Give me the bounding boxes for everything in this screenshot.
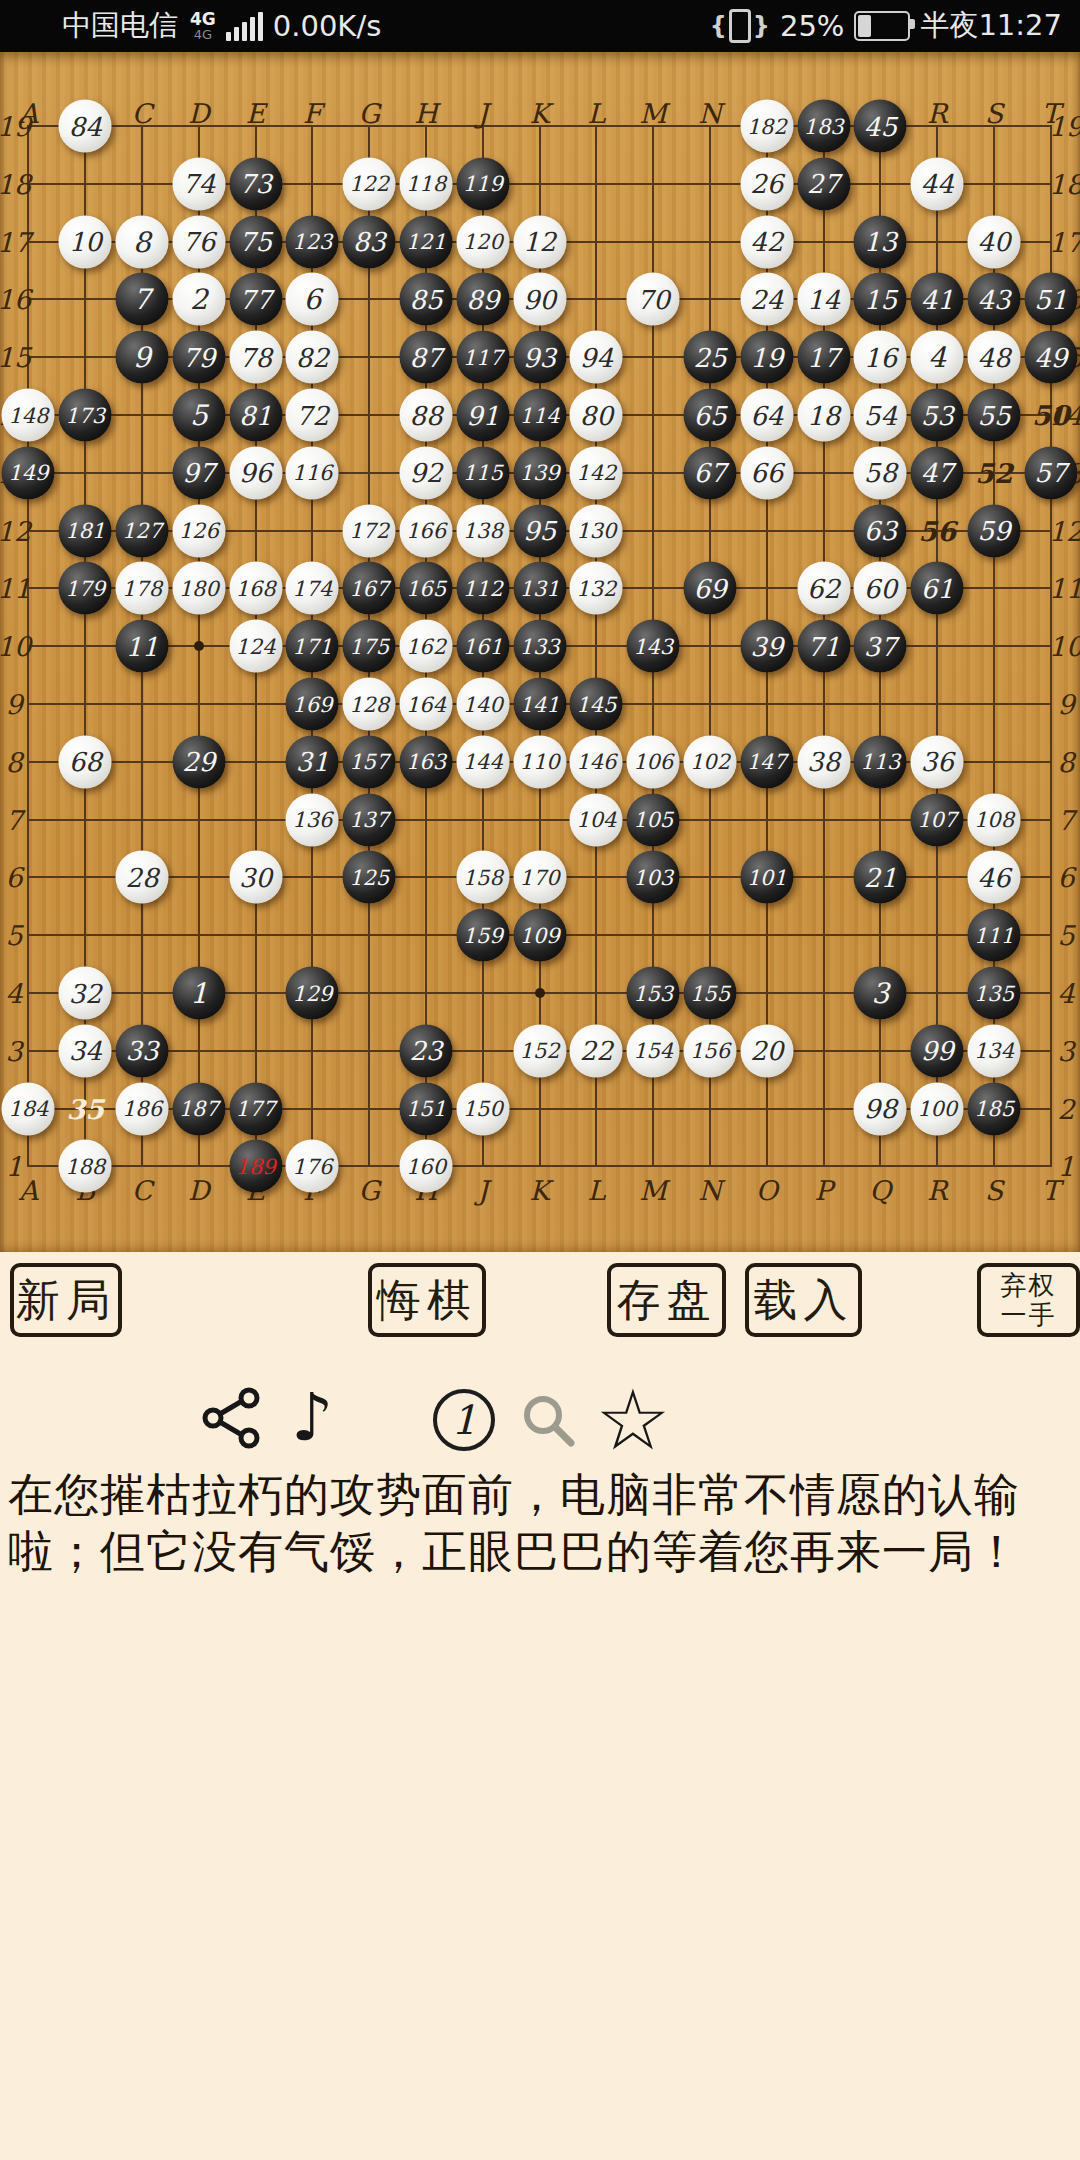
- coord-label: F: [303, 98, 322, 129]
- stone-Q10: 37: [854, 620, 907, 673]
- stone-Q4: 3: [854, 967, 907, 1020]
- grid-line: [595, 125, 597, 1167]
- stone-A14: 148: [2, 389, 55, 442]
- stone-K16: 90: [513, 273, 566, 326]
- stone-J10: 161: [456, 620, 509, 673]
- stone-P14: 18: [797, 389, 850, 442]
- stone-E14: 81: [229, 389, 282, 442]
- battery-icon: [854, 11, 910, 41]
- pass-button[interactable]: 弃权 一手: [977, 1263, 1080, 1337]
- stone-O18: 26: [740, 157, 793, 210]
- stone-P19: 183: [797, 100, 850, 153]
- stone-B11: 179: [59, 562, 112, 615]
- captured-marker-B2: 35: [66, 1093, 104, 1124]
- stone-D18: 74: [172, 157, 225, 210]
- stone-K10: 133: [513, 620, 566, 673]
- game-result-message: 在您摧枯拉朽的攻势面前，电脑非常不情愿的认输啦；但它没有气馁，正眼巴巴的等着您再…: [8, 1466, 1074, 1580]
- coord-label: 4: [5, 978, 22, 1009]
- stone-B14: 173: [59, 389, 112, 442]
- stone-J2: 150: [456, 1082, 509, 1135]
- coord-label: M: [639, 98, 667, 129]
- coord-label: K: [530, 1175, 550, 1206]
- stone-C2: 186: [116, 1082, 169, 1135]
- stone-M6: 103: [627, 851, 680, 904]
- share-icon[interactable]: [201, 1387, 263, 1453]
- stone-E13: 96: [229, 446, 282, 499]
- stone-F8: 31: [286, 735, 339, 788]
- stone-J11: 112: [456, 562, 509, 615]
- stone-H13: 92: [400, 446, 453, 499]
- stone-F10: 171: [286, 620, 339, 673]
- stone-K15: 93: [513, 331, 566, 384]
- stone-N4: 155: [684, 967, 737, 1020]
- stone-T15: 49: [1024, 331, 1077, 384]
- move-number-toggle-icon[interactable]: 1: [433, 1389, 495, 1451]
- grid-line: [27, 1165, 1051, 1167]
- stone-G7: 137: [343, 793, 396, 846]
- network-type-icon: 4G 4G: [190, 11, 216, 41]
- coord-label: 15: [0, 342, 31, 373]
- coord-label: M: [639, 1175, 667, 1206]
- stone-K17: 12: [513, 215, 566, 268]
- stone-L8: 146: [570, 735, 623, 788]
- stone-M7: 105: [627, 793, 680, 846]
- stone-K8: 110: [513, 735, 566, 788]
- stone-M8: 106: [627, 735, 680, 788]
- coord-label: H: [414, 98, 438, 129]
- stone-O15: 19: [740, 331, 793, 384]
- coord-label: 10: [1049, 631, 1080, 662]
- stone-E17: 75: [229, 215, 282, 268]
- stone-R8: 36: [911, 735, 964, 788]
- stone-T13: 57: [1024, 446, 1077, 499]
- star-point: [194, 641, 204, 651]
- coord-label: 18: [0, 168, 31, 199]
- stone-D17: 76: [172, 215, 225, 268]
- coord-label: Q: [869, 1175, 891, 1206]
- coord-label: N: [698, 1175, 722, 1206]
- star-point: [535, 988, 545, 998]
- stone-H1: 160: [400, 1140, 453, 1193]
- stone-J17: 120: [456, 215, 509, 268]
- coord-label: O: [756, 1175, 778, 1206]
- music-note-icon[interactable]: ♪: [291, 1385, 333, 1451]
- stone-F4: 129: [286, 967, 339, 1020]
- stone-S14: 55: [968, 389, 1021, 442]
- stone-D12: 126: [172, 504, 225, 557]
- stone-L13: 142: [570, 446, 623, 499]
- coord-label: 12: [0, 515, 31, 546]
- stone-E18: 73: [229, 157, 282, 210]
- stone-F17: 123: [286, 215, 339, 268]
- star-icon[interactable]: ☆: [595, 1378, 670, 1462]
- stone-G12: 172: [343, 504, 396, 557]
- stone-M3: 154: [627, 1024, 680, 1077]
- stone-E1: 189: [229, 1140, 282, 1193]
- stone-O8: 147: [740, 735, 793, 788]
- stone-P11: 62: [797, 562, 850, 615]
- stone-S6: 46: [968, 851, 1021, 904]
- stone-F13: 116: [286, 446, 339, 499]
- stone-J15: 117: [456, 331, 509, 384]
- coord-label: L: [587, 98, 605, 129]
- stone-P16: 14: [797, 273, 850, 326]
- stone-R13: 47: [911, 446, 964, 499]
- stone-H10: 162: [400, 620, 453, 673]
- stone-O10: 39: [740, 620, 793, 673]
- stone-F15: 82: [286, 331, 339, 384]
- coord-label: R: [927, 1175, 947, 1206]
- coord-label: C: [132, 1175, 153, 1206]
- new-game-button[interactable]: 新局: [10, 1263, 122, 1337]
- stone-O6: 101: [740, 851, 793, 904]
- stone-F11: 174: [286, 562, 339, 615]
- stone-T16: 51: [1024, 273, 1077, 326]
- net-speed-label: 0.00K/s: [273, 9, 381, 43]
- coord-label: 6: [1057, 862, 1074, 893]
- coord-label: 11: [1049, 573, 1080, 604]
- stone-L3: 22: [570, 1024, 623, 1077]
- stone-Q6: 21: [854, 851, 907, 904]
- coord-label: S: [985, 98, 1004, 129]
- captured-marker-S13: 52: [975, 457, 1013, 488]
- coord-label: G: [358, 98, 380, 129]
- stone-C17: 8: [116, 215, 169, 268]
- stone-F16: 6: [286, 273, 339, 326]
- stone-H14: 88: [400, 389, 453, 442]
- stone-D15: 79: [172, 331, 225, 384]
- stone-O3: 20: [740, 1024, 793, 1077]
- stone-B3: 34: [59, 1024, 112, 1077]
- stone-D16: 2: [172, 273, 225, 326]
- stone-Q2: 98: [854, 1082, 907, 1135]
- coord-label: 8: [1057, 746, 1074, 777]
- coord-label: 19: [0, 111, 31, 142]
- stone-S5: 111: [968, 909, 1021, 962]
- coord-label: 8: [5, 746, 22, 777]
- stone-Q12: 63: [854, 504, 907, 557]
- stone-K5: 109: [513, 909, 566, 962]
- coord-label: 12: [1049, 515, 1080, 546]
- coord-label: 2: [1057, 1093, 1074, 1124]
- stone-G11: 167: [343, 562, 396, 615]
- pass-label-line1: 弃权: [1001, 1270, 1057, 1300]
- coord-label: 5: [5, 920, 22, 951]
- stone-K11: 131: [513, 562, 566, 615]
- stone-C3: 33: [116, 1024, 169, 1077]
- stone-R15: 4: [911, 331, 964, 384]
- coord-label: 7: [1057, 804, 1074, 835]
- stone-L9: 145: [570, 678, 623, 731]
- stone-L15: 94: [570, 331, 623, 384]
- signal-bars-icon: [226, 11, 263, 41]
- stone-M4: 153: [627, 967, 680, 1020]
- stone-L14: 80: [570, 389, 623, 442]
- captured-marker-T14: 50: [1032, 400, 1070, 431]
- go-board[interactable]: AA1919BB1818CC1717DD1616EE1515FF1414GG13…: [0, 52, 1080, 1252]
- stone-B8: 68: [59, 735, 112, 788]
- stone-H18: 118: [400, 157, 453, 210]
- stone-N3: 156: [684, 1024, 737, 1077]
- stone-Q13: 58: [854, 446, 907, 499]
- move-number-toggle-label: 1: [451, 1397, 476, 1443]
- stone-O16: 24: [740, 273, 793, 326]
- coord-label: 16: [0, 284, 31, 315]
- stone-N14: 65: [684, 389, 737, 442]
- stone-P18: 27: [797, 157, 850, 210]
- stone-G17: 83: [343, 215, 396, 268]
- coord-label: 17: [0, 226, 31, 257]
- stone-R18: 44: [911, 157, 964, 210]
- stone-Q14: 54: [854, 389, 907, 442]
- stone-D11: 180: [172, 562, 225, 615]
- vibrate-icon: {}: [710, 9, 770, 43]
- stone-D8: 29: [172, 735, 225, 788]
- stone-J18: 119: [456, 157, 509, 210]
- stone-S4: 135: [968, 967, 1021, 1020]
- stone-B12: 181: [59, 504, 112, 557]
- stone-C15: 9: [116, 331, 169, 384]
- coord-label: G: [358, 1175, 380, 1206]
- stone-B1: 188: [59, 1140, 112, 1193]
- stone-D14: 5: [172, 389, 225, 442]
- stone-K6: 170: [513, 851, 566, 904]
- undo-button[interactable]: 悔棋: [368, 1263, 486, 1337]
- stone-R7: 107: [911, 793, 964, 846]
- stone-S3: 134: [968, 1024, 1021, 1077]
- stone-H15: 87: [400, 331, 453, 384]
- stone-E11: 168: [229, 562, 282, 615]
- stone-H3: 23: [400, 1024, 453, 1077]
- stone-B19: 84: [59, 100, 112, 153]
- stone-H16: 85: [400, 273, 453, 326]
- stone-D4: 1: [172, 967, 225, 1020]
- stone-L7: 104: [570, 793, 623, 846]
- carrier-label: 中国电信: [62, 6, 178, 46]
- stone-K12: 95: [513, 504, 566, 557]
- stone-R11: 61: [911, 562, 964, 615]
- coord-label: K: [530, 98, 550, 129]
- coord-label: P: [815, 1175, 833, 1206]
- stone-M10: 143: [627, 620, 680, 673]
- stone-E6: 30: [229, 851, 282, 904]
- stone-R16: 41: [911, 273, 964, 326]
- stone-M16: 70: [627, 273, 680, 326]
- stone-Q16: 15: [854, 273, 907, 326]
- stone-B17: 10: [59, 215, 112, 268]
- coord-label: D: [188, 98, 210, 129]
- stone-J8: 144: [456, 735, 509, 788]
- grid-line: [27, 819, 1051, 821]
- stone-O14: 64: [740, 389, 793, 442]
- pass-label-line2: 一手: [1001, 1300, 1057, 1330]
- stone-S16: 43: [968, 273, 1021, 326]
- stone-G9: 128: [343, 678, 396, 731]
- stone-C16: 7: [116, 273, 169, 326]
- coord-label: J: [477, 98, 488, 129]
- stone-D13: 97: [172, 446, 225, 499]
- stone-S7: 108: [968, 793, 1021, 846]
- stone-C6: 28: [116, 851, 169, 904]
- coord-label: D: [188, 1175, 210, 1206]
- stone-F7: 136: [286, 793, 339, 846]
- coord-label: 7: [5, 804, 22, 835]
- stone-F9: 169: [286, 678, 339, 731]
- stone-J12: 138: [456, 504, 509, 557]
- coord-label: 10: [0, 631, 31, 662]
- stone-J6: 158: [456, 851, 509, 904]
- stone-Q11: 60: [854, 562, 907, 615]
- stone-S17: 40: [968, 215, 1021, 268]
- battery-percent-label: 25%: [780, 9, 844, 43]
- stone-N11: 69: [684, 562, 737, 615]
- stone-J9: 140: [456, 678, 509, 731]
- stone-A13: 149: [2, 446, 55, 499]
- stone-Q17: 13: [854, 215, 907, 268]
- coord-label: 11: [0, 573, 31, 604]
- stone-P15: 17: [797, 331, 850, 384]
- stone-E2: 177: [229, 1082, 282, 1135]
- coord-label: 17: [1049, 226, 1080, 257]
- coord-label: 3: [1057, 1035, 1074, 1066]
- stone-H2: 151: [400, 1082, 453, 1135]
- stone-P10: 71: [797, 620, 850, 673]
- stone-K14: 114: [513, 389, 566, 442]
- save-button[interactable]: 存盘: [607, 1263, 726, 1337]
- stone-S12: 59: [968, 504, 1021, 557]
- stone-B4: 32: [59, 967, 112, 1020]
- stone-R14: 53: [911, 389, 964, 442]
- stone-D2: 187: [172, 1082, 225, 1135]
- coord-label: T: [1042, 98, 1060, 129]
- stone-H11: 165: [400, 562, 453, 615]
- coord-label: 18: [1049, 168, 1080, 199]
- load-button[interactable]: 载入: [745, 1263, 862, 1337]
- stone-C12: 127: [116, 504, 169, 557]
- stone-H17: 121: [400, 215, 453, 268]
- stone-O13: 66: [740, 446, 793, 499]
- stone-K9: 141: [513, 678, 566, 731]
- coord-label: 6: [5, 862, 22, 893]
- stone-N8: 102: [684, 735, 737, 788]
- coord-label: 9: [5, 689, 22, 720]
- coord-label: 9: [1057, 689, 1074, 720]
- stone-F1: 176: [286, 1140, 339, 1193]
- coord-label: C: [132, 98, 153, 129]
- stone-L11: 132: [570, 562, 623, 615]
- stone-G6: 125: [343, 851, 396, 904]
- stone-E16: 77: [229, 273, 282, 326]
- stone-P8: 38: [797, 735, 850, 788]
- coord-label: 1: [5, 1151, 22, 1182]
- stone-E10: 124: [229, 620, 282, 673]
- stone-J16: 89: [456, 273, 509, 326]
- stone-J13: 115: [456, 446, 509, 499]
- captured-marker-R12: 56: [918, 515, 956, 546]
- stone-O17: 42: [740, 215, 793, 268]
- stone-O19: 182: [740, 100, 793, 153]
- time-label: 半夜11:27: [920, 6, 1062, 46]
- stone-H9: 164: [400, 678, 453, 731]
- stone-F14: 72: [286, 389, 339, 442]
- stone-S2: 185: [968, 1082, 1021, 1135]
- stone-Q19: 45: [854, 100, 907, 153]
- stone-J5: 159: [456, 909, 509, 962]
- stone-K13: 139: [513, 446, 566, 499]
- stone-N13: 67: [684, 446, 737, 499]
- coord-label: R: [927, 98, 947, 129]
- stone-H12: 166: [400, 504, 453, 557]
- coord-label: 3: [5, 1035, 22, 1066]
- stone-A2: 184: [2, 1082, 55, 1135]
- status-bar: 中国电信 4G 4G 0.00K/s {} 25% 半夜11:27: [0, 0, 1080, 52]
- stone-H8: 163: [400, 735, 453, 788]
- stone-C10: 11: [116, 620, 169, 673]
- stone-Q15: 16: [854, 331, 907, 384]
- app-screen: 中国电信 4G 4G 0.00K/s {} 25% 半夜11:27 AA1919…: [0, 0, 1080, 2160]
- stone-L12: 130: [570, 504, 623, 557]
- stone-E15: 78: [229, 331, 282, 384]
- stone-K3: 152: [513, 1024, 566, 1077]
- coord-label: 5: [1057, 920, 1074, 951]
- stone-N15: 25: [684, 331, 737, 384]
- stone-G18: 122: [343, 157, 396, 210]
- coord-label: 4: [1057, 978, 1074, 1009]
- stone-G8: 157: [343, 735, 396, 788]
- coord-label: N: [698, 98, 722, 129]
- stone-S15: 48: [968, 331, 1021, 384]
- stone-R2: 100: [911, 1082, 964, 1135]
- stone-G10: 175: [343, 620, 396, 673]
- stone-Q8: 113: [854, 735, 907, 788]
- coord-label: 1: [1057, 1151, 1074, 1182]
- magnifier-icon[interactable]: [517, 1389, 579, 1455]
- coord-label: J: [477, 1175, 488, 1206]
- coord-label: L: [587, 1175, 605, 1206]
- coord-label: E: [246, 98, 266, 129]
- stone-R3: 99: [911, 1024, 964, 1077]
- coord-label: S: [985, 1175, 1004, 1206]
- stone-C11: 178: [116, 562, 169, 615]
- stone-J14: 91: [456, 389, 509, 442]
